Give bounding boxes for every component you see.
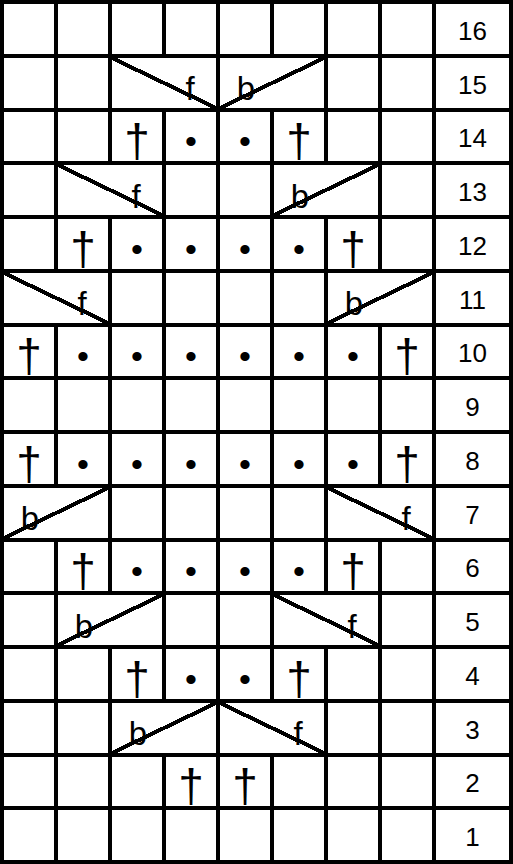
cable-label: b — [328, 279, 380, 329]
empty-cell-r15-c2 — [58, 58, 112, 112]
purl-dot-symbol: • — [293, 339, 305, 373]
purl-dot-symbol: • — [239, 662, 251, 696]
twist-stitch-symbol: † — [286, 656, 312, 702]
cable-front-r11-c1: f — [4, 273, 112, 327]
cable-back-r13-c6: b — [274, 165, 382, 219]
row-number-cell-3: 3 — [436, 703, 513, 757]
twist-cell-r4-c3: † — [112, 649, 166, 703]
twist-stitch-symbol: † — [340, 226, 366, 272]
twist-stitch-symbol: † — [70, 548, 96, 594]
purl-dot-symbol: • — [293, 447, 305, 481]
purl-dot-symbol: • — [185, 447, 197, 481]
empty-cell-r7-c3 — [112, 488, 166, 542]
empty-cell-r14-c8 — [382, 112, 436, 166]
purl-cell-r14-c5: • — [220, 112, 274, 166]
twist-cell-r2-c5: † — [220, 757, 274, 811]
empty-cell-r1-c3 — [112, 810, 166, 864]
purl-cell-r12-c4: • — [166, 219, 220, 273]
empty-cell-r1-c8 — [382, 810, 436, 864]
purl-cell-r12-c5: • — [220, 219, 274, 273]
purl-cell-r4-c4: • — [166, 649, 220, 703]
purl-dot-symbol: • — [239, 232, 251, 266]
empty-cell-r14-c1 — [4, 112, 58, 166]
twist-cell-r6-c7: † — [328, 542, 382, 596]
empty-cell-r7-c4 — [166, 488, 220, 542]
empty-cell-r5-c8 — [382, 595, 436, 649]
purl-cell-r12-c3: • — [112, 219, 166, 273]
row-number-cell-9: 9 — [436, 380, 513, 434]
purl-dot-symbol: • — [77, 339, 89, 373]
row-number-cell-15: 15 — [436, 58, 513, 112]
purl-dot-symbol: • — [77, 447, 89, 481]
twist-stitch-symbol: † — [124, 118, 150, 164]
empty-cell-r16-c5 — [220, 4, 274, 58]
purl-dot-symbol: • — [347, 339, 359, 373]
cable-label: b — [112, 709, 164, 759]
empty-cell-r2-c1 — [4, 757, 58, 811]
twist-stitch-symbol: † — [124, 656, 150, 702]
empty-cell-r16-c6 — [274, 4, 328, 58]
empty-cell-r15-c8 — [382, 58, 436, 112]
row-number-cell-16: 16 — [436, 4, 513, 58]
twist-stitch-symbol: † — [232, 763, 258, 809]
empty-cell-r2-c3 — [112, 757, 166, 811]
purl-dot-symbol: • — [347, 447, 359, 481]
empty-cell-r5-c4 — [166, 595, 220, 649]
empty-cell-r13-c1 — [4, 165, 58, 219]
row-number-label: 6 — [465, 555, 479, 581]
twist-cell-r2-c4: † — [166, 757, 220, 811]
row-number-cell-14: 14 — [436, 112, 513, 166]
cable-back-r11-c7: b — [328, 273, 436, 327]
cable-back-r5-c2: b — [58, 595, 166, 649]
purl-dot-symbol: • — [131, 339, 143, 373]
row-number-cell-1: 1 — [436, 810, 513, 864]
purl-cell-r12-c6: • — [274, 219, 328, 273]
empty-cell-r16-c3 — [112, 4, 166, 58]
cable-label: f — [272, 709, 324, 759]
purl-cell-r8-c6: • — [274, 434, 328, 488]
empty-cell-r16-c8 — [382, 4, 436, 58]
purl-cell-r8-c2: • — [58, 434, 112, 488]
purl-dot-symbol: • — [239, 339, 251, 373]
row-number-label: 2 — [465, 770, 479, 796]
empty-cell-r9-c6 — [274, 380, 328, 434]
empty-cell-r13-c8 — [382, 165, 436, 219]
twist-cell-r10-c8: † — [382, 327, 436, 381]
empty-cell-r9-c7 — [328, 380, 382, 434]
purl-dot-symbol: • — [131, 232, 143, 266]
twist-cell-r8-c8: † — [382, 434, 436, 488]
empty-cell-r9-c3 — [112, 380, 166, 434]
empty-cell-r11-c5 — [220, 273, 274, 327]
purl-cell-r14-c4: • — [166, 112, 220, 166]
purl-dot-symbol: • — [131, 447, 143, 481]
cable-front-r3-c5: f — [220, 703, 328, 757]
twist-cell-r14-c6: † — [274, 112, 328, 166]
empty-cell-r4-c8 — [382, 649, 436, 703]
empty-cell-r16-c2 — [58, 4, 112, 58]
cable-label: f — [164, 64, 216, 114]
purl-dot-symbol: • — [239, 554, 251, 588]
row-number-label: 9 — [465, 394, 479, 420]
empty-cell-r1-c5 — [220, 810, 274, 864]
row-number-label: 7 — [465, 502, 479, 528]
purl-dot-symbol: • — [293, 554, 305, 588]
empty-cell-r7-c5 — [220, 488, 274, 542]
empty-cell-r5-c5 — [220, 595, 274, 649]
cable-front-r7-c7: f — [328, 488, 436, 542]
empty-cell-r6-c1 — [4, 542, 58, 596]
purl-cell-r10-c5: • — [220, 327, 274, 381]
purl-dot-symbol: • — [185, 124, 197, 158]
cable-back-r7-c1: b — [4, 488, 112, 542]
row-number-cell-5: 5 — [436, 595, 513, 649]
empty-cell-r4-c7 — [328, 649, 382, 703]
purl-cell-r10-c4: • — [166, 327, 220, 381]
empty-cell-r3-c2 — [58, 703, 112, 757]
twist-cell-r12-c2: † — [58, 219, 112, 273]
twist-stitch-symbol: † — [394, 441, 420, 487]
empty-cell-r9-c2 — [58, 380, 112, 434]
empty-cell-r11-c3 — [112, 273, 166, 327]
empty-cell-r9-c4 — [166, 380, 220, 434]
empty-cell-r3-c7 — [328, 703, 382, 757]
cable-back-r3-c3: b — [112, 703, 220, 757]
purl-dot-symbol: • — [239, 447, 251, 481]
empty-cell-r1-c1 — [4, 810, 58, 864]
row-number-label: 5 — [465, 609, 479, 635]
purl-cell-r10-c6: • — [274, 327, 328, 381]
twist-cell-r12-c7: † — [328, 219, 382, 273]
purl-cell-r4-c5: • — [220, 649, 274, 703]
purl-cell-r6-c3: • — [112, 542, 166, 596]
twist-stitch-symbol: † — [16, 441, 42, 487]
row-number-cell-13: 13 — [436, 165, 513, 219]
purl-cell-r6-c5: • — [220, 542, 274, 596]
row-number-label: 10 — [458, 340, 487, 366]
cable-label: f — [56, 279, 108, 329]
purl-cell-r8-c5: • — [220, 434, 274, 488]
twist-stitch-symbol: † — [70, 226, 96, 272]
row-number-label: 12 — [458, 233, 487, 259]
cable-label: b — [4, 494, 56, 544]
purl-dot-symbol: • — [239, 124, 251, 158]
empty-cell-r12-c8 — [382, 219, 436, 273]
cable-label: b — [274, 171, 326, 221]
row-number-cell-6: 6 — [436, 542, 513, 596]
empty-cell-r7-c6 — [274, 488, 328, 542]
empty-cell-r9-c1 — [4, 380, 58, 434]
row-number-label: 1 — [465, 824, 479, 850]
empty-cell-r11-c4 — [166, 273, 220, 327]
purl-cell-r6-c4: • — [166, 542, 220, 596]
twist-stitch-symbol: † — [16, 333, 42, 379]
row-number-cell-7: 7 — [436, 488, 513, 542]
empty-cell-r16-c1 — [4, 4, 58, 58]
cable-label: b — [58, 601, 110, 651]
purl-cell-r8-c7: • — [328, 434, 382, 488]
twist-cell-r10-c1: † — [4, 327, 58, 381]
empty-cell-r14-c7 — [328, 112, 382, 166]
empty-cell-r15-c1 — [4, 58, 58, 112]
empty-cell-r16-c7 — [328, 4, 382, 58]
purl-cell-r8-c4: • — [166, 434, 220, 488]
twist-cell-r4-c6: † — [274, 649, 328, 703]
row-number-label: 3 — [465, 717, 479, 743]
empty-cell-r1-c4 — [166, 810, 220, 864]
purl-dot-symbol: • — [185, 662, 197, 696]
empty-cell-r13-c5 — [220, 165, 274, 219]
row-number-label: 11 — [459, 287, 486, 313]
empty-cell-r1-c7 — [328, 810, 382, 864]
empty-cell-r2-c8 — [382, 757, 436, 811]
row-number-cell-2: 2 — [436, 757, 513, 811]
cable-label: f — [110, 171, 162, 221]
row-number-cell-4: 4 — [436, 649, 513, 703]
purl-dot-symbol: • — [131, 554, 143, 588]
row-number-label: 4 — [465, 663, 479, 689]
purl-dot-symbol: • — [185, 554, 197, 588]
purl-cell-r8-c3: • — [112, 434, 166, 488]
empty-cell-r4-c2 — [58, 649, 112, 703]
purl-dot-symbol: • — [185, 232, 197, 266]
purl-cell-r6-c6: • — [274, 542, 328, 596]
empty-cell-r13-c4 — [166, 165, 220, 219]
twist-stitch-symbol: † — [286, 118, 312, 164]
purl-cell-r10-c7: • — [328, 327, 382, 381]
row-number-cell-11: 11 — [436, 273, 513, 327]
cable-front-r5-c6: f — [274, 595, 382, 649]
empty-cell-r1-c6 — [274, 810, 328, 864]
cable-front-r13-c2: f — [58, 165, 166, 219]
empty-cell-r2-c7 — [328, 757, 382, 811]
cable-label: f — [326, 601, 378, 651]
row-number-label: 14 — [458, 125, 487, 151]
empty-cell-r6-c8 — [382, 542, 436, 596]
cable-label: b — [220, 64, 272, 114]
twist-stitch-symbol: † — [178, 763, 204, 809]
row-number-label: 13 — [458, 179, 487, 205]
cable-label: f — [380, 494, 432, 544]
cable-front-r15-c3: f — [112, 58, 220, 112]
empty-cell-r3-c8 — [382, 703, 436, 757]
row-number-cell-8: 8 — [436, 434, 513, 488]
empty-cell-r16-c4 — [166, 4, 220, 58]
empty-cell-r3-c1 — [4, 703, 58, 757]
row-number-label: 8 — [465, 448, 479, 474]
twist-cell-r8-c1: † — [4, 434, 58, 488]
cable-back-r15-c5: b — [220, 58, 328, 112]
twist-cell-r14-c3: † — [112, 112, 166, 166]
empty-cell-r14-c2 — [58, 112, 112, 166]
empty-cell-r9-c8 — [382, 380, 436, 434]
empty-cell-r9-c5 — [220, 380, 274, 434]
empty-cell-r2-c2 — [58, 757, 112, 811]
purl-cell-r10-c2: • — [58, 327, 112, 381]
empty-cell-r1-c2 — [58, 810, 112, 864]
empty-cell-r4-c1 — [4, 649, 58, 703]
twist-stitch-symbol: † — [340, 548, 366, 594]
row-number-label: 16 — [458, 18, 487, 44]
row-number-cell-12: 12 — [436, 219, 513, 273]
twist-stitch-symbol: † — [394, 333, 420, 379]
twist-cell-r6-c2: † — [58, 542, 112, 596]
purl-cell-r10-c3: • — [112, 327, 166, 381]
purl-dot-symbol: • — [185, 339, 197, 373]
row-number-cell-10: 10 — [436, 327, 513, 381]
purl-dot-symbol: • — [293, 232, 305, 266]
knitting-chart-grid: 16fb15†••†14fb13†••••†12fb11†••••••†109†… — [0, 0, 513, 864]
empty-cell-r12-c1 — [4, 219, 58, 273]
empty-cell-r11-c6 — [274, 273, 328, 327]
empty-cell-r2-c6 — [274, 757, 328, 811]
empty-cell-r5-c1 — [4, 595, 58, 649]
empty-cell-r15-c7 — [328, 58, 382, 112]
row-number-label: 15 — [458, 72, 487, 98]
